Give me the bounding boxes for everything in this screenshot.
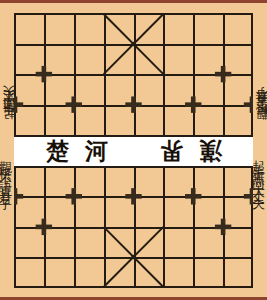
board-cell[interactable] (163, 196, 193, 227)
board-cell[interactable] (44, 13, 74, 44)
board-cell[interactable] (223, 257, 253, 288)
board-cell[interactable] (104, 166, 134, 197)
board-cell[interactable] (163, 44, 193, 75)
board-cell[interactable] (74, 257, 104, 288)
board-cell[interactable] (74, 105, 104, 136)
board-cell[interactable] (14, 135, 44, 166)
board-cell[interactable] (14, 257, 44, 288)
board-cell[interactable] (104, 257, 134, 288)
board-cell[interactable] (44, 74, 74, 105)
river-text-chu-he: 楚河 (46, 137, 124, 165)
board-cell[interactable] (193, 105, 223, 136)
board-cell[interactable] (163, 166, 193, 197)
proverb-top-left: 起手無回大丈夫 (1, 12, 14, 130)
board-cell[interactable] (193, 257, 223, 288)
river-text-han-jie: 漢界 (144, 137, 222, 165)
board-cell[interactable] (193, 44, 223, 75)
board-cell[interactable] (223, 227, 253, 258)
board-cell[interactable] (223, 13, 253, 44)
board-cell[interactable] (44, 257, 74, 288)
board-cell[interactable] (74, 196, 104, 227)
board-cell[interactable] (163, 105, 193, 136)
board-cell[interactable] (74, 74, 104, 105)
board-cell[interactable] (44, 166, 74, 197)
board-cell[interactable] (104, 74, 134, 105)
proverb-top-right: 觀棋不語真君子 (254, 12, 267, 130)
board-cell[interactable] (74, 13, 104, 44)
board-cell[interactable] (14, 227, 44, 258)
board-cell[interactable] (163, 74, 193, 105)
board-cell[interactable] (163, 257, 193, 288)
board-cell[interactable] (134, 196, 164, 227)
board-cell[interactable] (163, 13, 193, 44)
board-cell[interactable] (104, 196, 134, 227)
board-cell[interactable] (14, 166, 44, 197)
board-cell[interactable] (223, 166, 253, 197)
board-cell[interactable] (44, 227, 74, 258)
board-cell[interactable] (193, 227, 223, 258)
board-cell[interactable] (104, 44, 134, 75)
board-cell[interactable] (14, 74, 44, 105)
board-cell[interactable] (223, 196, 253, 227)
board-cell[interactable] (134, 44, 164, 75)
board-cell[interactable] (44, 105, 74, 136)
board-cell[interactable] (193, 166, 223, 197)
board-cell[interactable] (104, 105, 134, 136)
board-cell[interactable] (134, 257, 164, 288)
board-cell[interactable] (163, 227, 193, 258)
board-cell[interactable] (223, 135, 253, 166)
board-cell[interactable] (193, 196, 223, 227)
board-cell[interactable] (74, 227, 104, 258)
proverb-bottom-right: 起手無回大丈夫 (254, 149, 267, 287)
board-cell[interactable] (44, 44, 74, 75)
board-cell[interactable] (44, 196, 74, 227)
board-cell[interactable] (74, 44, 104, 75)
board-cell[interactable] (134, 166, 164, 197)
board-cell[interactable] (134, 13, 164, 44)
board-cell[interactable] (14, 44, 44, 75)
board-cell[interactable] (134, 227, 164, 258)
xiangqi-board-screenshot: 起手無回大丈夫 觀棋不語真君子 觀棋不語真君子 起手無回大丈夫 楚河 漢界 (0, 0, 267, 300)
board-cell[interactable] (104, 227, 134, 258)
top-edge-bar (0, 0, 267, 3)
board-cell[interactable] (223, 74, 253, 105)
board-cell[interactable] (74, 166, 104, 197)
board-cell[interactable] (14, 105, 44, 136)
proverb-bottom-left: 觀棋不語真君子 (1, 150, 14, 288)
board-cell[interactable] (134, 74, 164, 105)
board-cell[interactable] (223, 44, 253, 75)
board-cell[interactable] (104, 13, 134, 44)
board-cell[interactable] (223, 105, 253, 136)
board-cell[interactable] (193, 74, 223, 105)
board-cell[interactable] (14, 13, 44, 44)
board-cell[interactable] (14, 196, 44, 227)
board-cell[interactable] (193, 13, 223, 44)
board-cell[interactable] (134, 105, 164, 136)
